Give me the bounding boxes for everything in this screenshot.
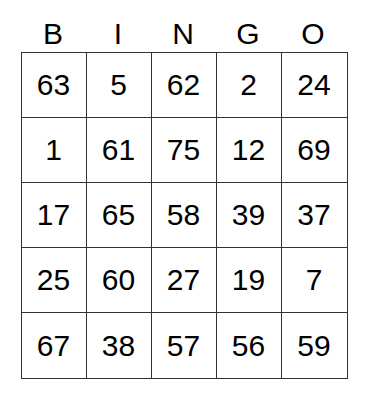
header-letter-g: G bbox=[236, 19, 259, 52]
cell-r2c4[interactable]: 12 bbox=[217, 118, 282, 183]
cell-r2c2[interactable]: 61 bbox=[87, 118, 152, 183]
cell-r3c5[interactable]: 37 bbox=[282, 183, 347, 248]
header-letter-b: B bbox=[43, 19, 63, 52]
cell-r4c3[interactable]: 27 bbox=[152, 248, 217, 313]
cell-r5c4[interactable]: 56 bbox=[217, 313, 282, 378]
cell-r3c1[interactable]: 17 bbox=[22, 183, 87, 248]
cell-r1c5[interactable]: 24 bbox=[282, 53, 347, 118]
cell-r5c5[interactable]: 59 bbox=[282, 313, 347, 378]
cell-r2c1[interactable]: 1 bbox=[22, 118, 87, 183]
cell-r5c3[interactable]: 57 bbox=[152, 313, 217, 378]
cell-r5c2[interactable]: 38 bbox=[87, 313, 152, 378]
cell-r3c2[interactable]: 65 bbox=[87, 183, 152, 248]
cell-r3c3[interactable]: 58 bbox=[152, 183, 217, 248]
cell-r4c1[interactable]: 25 bbox=[22, 248, 87, 313]
header-letter-n: N bbox=[172, 19, 194, 52]
cell-r2c3[interactable]: 75 bbox=[152, 118, 217, 183]
cell-r1c2[interactable]: 5 bbox=[87, 53, 152, 118]
header-letter-o: O bbox=[301, 19, 324, 52]
cell-r4c5[interactable]: 7 bbox=[282, 248, 347, 313]
cell-r1c3[interactable]: 62 bbox=[152, 53, 217, 118]
cell-r4c2[interactable]: 60 bbox=[87, 248, 152, 313]
cell-r1c1[interactable]: 63 bbox=[22, 53, 87, 118]
header-letter-i: I bbox=[114, 19, 122, 52]
cell-r1c4[interactable]: 2 bbox=[217, 53, 282, 118]
cell-r2c5[interactable]: 69 bbox=[282, 118, 347, 183]
bingo-header: B I N G O bbox=[21, 0, 348, 52]
bingo-grid: 63 5 62 2 24 1 61 75 12 69 17 65 58 39 3… bbox=[21, 52, 348, 379]
cell-r3c4[interactable]: 39 bbox=[217, 183, 282, 248]
cell-r5c1[interactable]: 67 bbox=[22, 313, 87, 378]
bingo-card: B I N G O 63 5 62 2 24 1 61 75 12 69 17 … bbox=[21, 0, 348, 379]
cell-r4c4[interactable]: 19 bbox=[217, 248, 282, 313]
